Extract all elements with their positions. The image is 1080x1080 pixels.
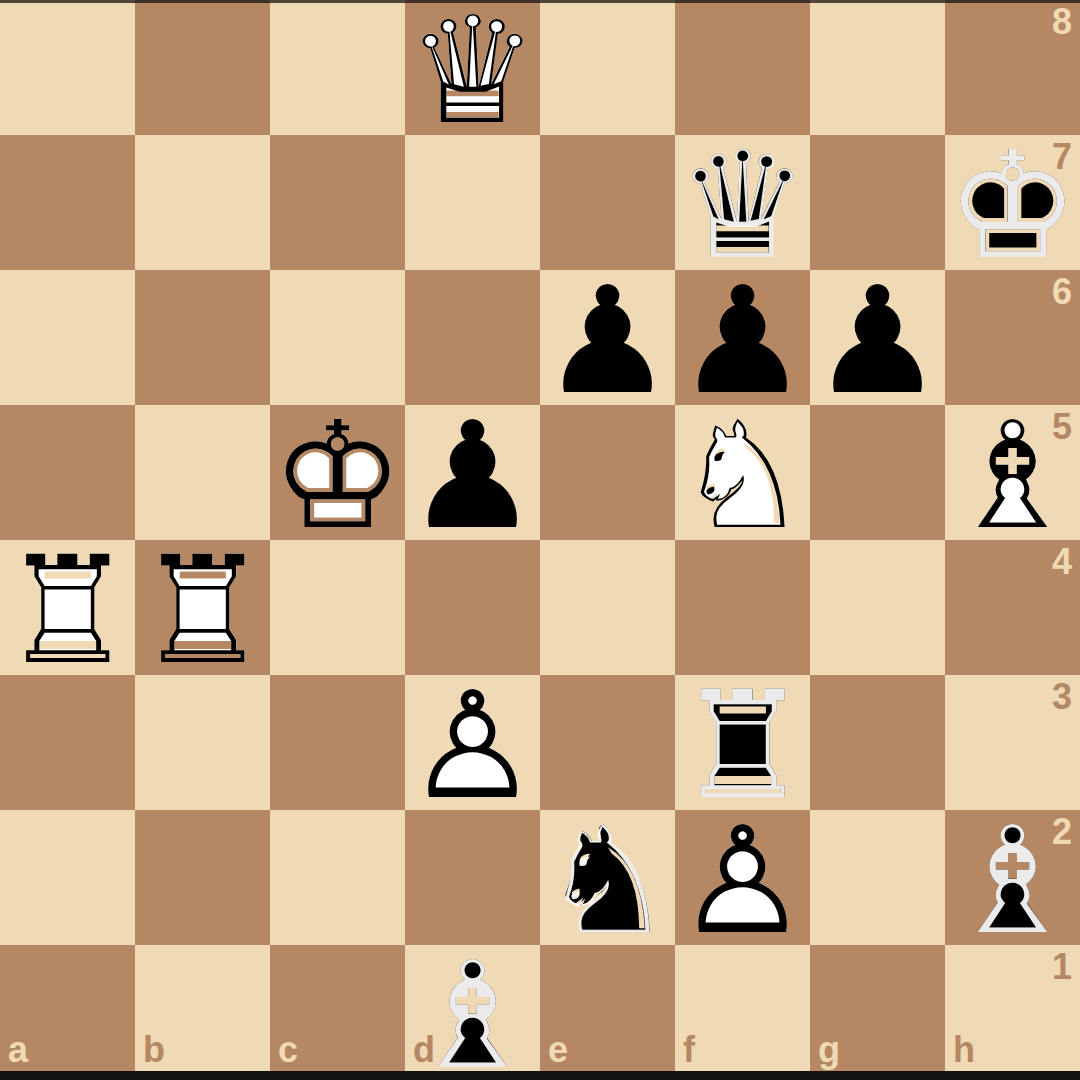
coord-file-f: f	[683, 1032, 695, 1068]
white-knight-outline: ♘	[675, 409, 810, 544]
square-f2[interactable]: ♟♙	[675, 810, 810, 945]
square-a7[interactable]	[0, 135, 135, 270]
black-queen-outline: ♕	[675, 139, 810, 274]
white-queen-icon: ♛	[405, 4, 540, 139]
black-rook-outline: ♖	[675, 679, 810, 814]
square-b8[interactable]	[135, 0, 270, 135]
bottom-letterbox-bar	[0, 1071, 1080, 1080]
white-bishop-icon: ♝	[945, 409, 1080, 544]
square-a1[interactable]: a	[0, 945, 135, 1080]
square-e8[interactable]	[540, 0, 675, 135]
coord-rank-6: 6	[1052, 274, 1072, 310]
coord-rank-3: 3	[1052, 679, 1072, 715]
square-b1[interactable]: b	[135, 945, 270, 1080]
square-d4[interactable]	[405, 540, 540, 675]
square-d8[interactable]: ♛♕	[405, 0, 540, 135]
white-queen-outline: ♕	[405, 4, 540, 139]
white-king-outline: ♔	[270, 409, 405, 544]
coord-file-h: h	[953, 1032, 975, 1068]
black-pawn-icon: ♟	[540, 274, 675, 409]
piece-black-bishop[interactable]: ♝♗	[945, 810, 1080, 945]
square-a4[interactable]: ♜♖	[0, 540, 135, 675]
piece-white-king[interactable]: ♚♔	[270, 405, 405, 540]
piece-white-pawn[interactable]: ♟♙	[675, 810, 810, 945]
square-f8[interactable]	[675, 0, 810, 135]
square-d6[interactable]	[405, 270, 540, 405]
square-h1[interactable]: 1h	[945, 945, 1080, 1080]
square-f6[interactable]: ♟	[675, 270, 810, 405]
square-c5[interactable]: ♚♔	[270, 405, 405, 540]
square-b3[interactable]	[135, 675, 270, 810]
square-f1[interactable]: f	[675, 945, 810, 1080]
black-pawn-icon: ♟	[405, 409, 540, 544]
square-c7[interactable]	[270, 135, 405, 270]
square-a8[interactable]	[0, 0, 135, 135]
square-c3[interactable]	[270, 675, 405, 810]
piece-black-king[interactable]: ♚♔	[945, 135, 1080, 270]
square-g2[interactable]	[810, 810, 945, 945]
piece-black-queen[interactable]: ♛♕	[675, 135, 810, 270]
piece-white-knight[interactable]: ♞♘	[675, 405, 810, 540]
piece-white-rook[interactable]: ♜♖	[0, 540, 135, 675]
piece-black-pawn[interactable]: ♟	[675, 270, 810, 405]
black-knight-outline: ♘	[540, 814, 675, 949]
square-g5[interactable]	[810, 405, 945, 540]
coord-file-g: g	[818, 1032, 840, 1068]
square-e4[interactable]	[540, 540, 675, 675]
black-rook-icon: ♜	[675, 679, 810, 814]
piece-black-rook[interactable]: ♜♖	[675, 675, 810, 810]
piece-black-pawn[interactable]: ♟	[405, 405, 540, 540]
piece-white-pawn[interactable]: ♟♙	[405, 675, 540, 810]
black-pawn-icon: ♟	[675, 274, 810, 409]
black-knight-icon: ♞	[540, 814, 675, 949]
chess-app-screen: ♛♕8♛♕♚♔7♟♟♟6♚♔♟♞♘♝♗5♜♖♜♖4♟♙♜♖3♞♘♟♙♝♗2abc…	[0, 0, 1080, 1080]
white-rook-icon: ♜	[135, 544, 270, 679]
square-g4[interactable]	[810, 540, 945, 675]
top-edge-line	[0, 0, 1080, 3]
square-h3[interactable]: 3	[945, 675, 1080, 810]
square-d2[interactable]	[405, 810, 540, 945]
black-pawn-icon: ♟	[810, 274, 945, 409]
coord-rank-8: 8	[1052, 4, 1072, 40]
square-c4[interactable]	[270, 540, 405, 675]
square-e1[interactable]: e	[540, 945, 675, 1080]
square-a6[interactable]	[0, 270, 135, 405]
square-h7[interactable]: ♚♔7	[945, 135, 1080, 270]
square-d5[interactable]: ♟	[405, 405, 540, 540]
square-b6[interactable]	[135, 270, 270, 405]
square-b5[interactable]	[135, 405, 270, 540]
square-c1[interactable]: c	[270, 945, 405, 1080]
square-h2[interactable]: ♝♗2	[945, 810, 1080, 945]
piece-black-bishop[interactable]: ♝♗	[405, 945, 540, 1080]
white-king-icon: ♚	[270, 409, 405, 544]
square-a3[interactable]	[0, 675, 135, 810]
black-bishop-outline: ♗	[945, 814, 1080, 949]
square-c8[interactable]	[270, 0, 405, 135]
square-g1[interactable]: g	[810, 945, 945, 1080]
square-e5[interactable]	[540, 405, 675, 540]
coord-file-b: b	[143, 1032, 165, 1068]
white-pawn-icon: ♟	[675, 814, 810, 949]
coord-rank-4: 4	[1052, 544, 1072, 580]
square-h8[interactable]: 8	[945, 0, 1080, 135]
white-bishop-outline: ♗	[945, 409, 1080, 544]
square-b7[interactable]	[135, 135, 270, 270]
square-e3[interactable]	[540, 675, 675, 810]
square-f7[interactable]: ♛♕	[675, 135, 810, 270]
white-pawn-icon: ♟	[405, 679, 540, 814]
square-g3[interactable]	[810, 675, 945, 810]
square-h4[interactable]: 4	[945, 540, 1080, 675]
square-e7[interactable]	[540, 135, 675, 270]
piece-white-queen[interactable]: ♛♕	[405, 0, 540, 135]
coord-file-e: e	[548, 1032, 568, 1068]
white-knight-icon: ♞	[675, 409, 810, 544]
square-e2[interactable]: ♞♘	[540, 810, 675, 945]
coord-file-c: c	[278, 1032, 298, 1068]
black-bishop-icon: ♝	[405, 949, 540, 1080]
square-c2[interactable]	[270, 810, 405, 945]
white-rook-outline: ♖	[135, 544, 270, 679]
piece-black-knight[interactable]: ♞♘	[540, 810, 675, 945]
piece-white-rook[interactable]: ♜♖	[135, 540, 270, 675]
white-pawn-outline: ♙	[405, 679, 540, 814]
piece-black-pawn[interactable]: ♟	[540, 270, 675, 405]
square-e6[interactable]: ♟	[540, 270, 675, 405]
square-d3[interactable]: ♟♙	[405, 675, 540, 810]
white-pawn-outline: ♙	[675, 814, 810, 949]
square-a2[interactable]	[0, 810, 135, 945]
square-h5[interactable]: ♝♗5	[945, 405, 1080, 540]
square-d1[interactable]: ♝♗d	[405, 945, 540, 1080]
square-d7[interactable]	[405, 135, 540, 270]
white-rook-icon: ♜	[0, 544, 135, 679]
black-bishop-outline: ♗	[405, 949, 540, 1080]
square-h6[interactable]: 6	[945, 270, 1080, 405]
square-f3[interactable]: ♜♖	[675, 675, 810, 810]
coord-file-a: a	[8, 1032, 28, 1068]
square-a5[interactable]	[0, 405, 135, 540]
square-f4[interactable]	[675, 540, 810, 675]
square-b2[interactable]	[135, 810, 270, 945]
black-bishop-icon: ♝	[945, 814, 1080, 949]
coord-rank-1: 1	[1052, 949, 1072, 985]
black-queen-icon: ♛	[675, 139, 810, 274]
piece-black-pawn[interactable]: ♟	[810, 270, 945, 405]
black-king-outline: ♔	[945, 139, 1080, 274]
square-f5[interactable]: ♞♘	[675, 405, 810, 540]
square-g8[interactable]	[810, 0, 945, 135]
chessboard: ♛♕8♛♕♚♔7♟♟♟6♚♔♟♞♘♝♗5♜♖♜♖4♟♙♜♖3♞♘♟♙♝♗2abc…	[0, 0, 1080, 1080]
black-king-icon: ♚	[945, 139, 1080, 274]
square-g7[interactable]	[810, 135, 945, 270]
square-g6[interactable]: ♟	[810, 270, 945, 405]
square-b4[interactable]: ♜♖	[135, 540, 270, 675]
white-rook-outline: ♖	[0, 544, 135, 679]
square-c6[interactable]	[270, 270, 405, 405]
piece-white-bishop[interactable]: ♝♗	[945, 405, 1080, 540]
